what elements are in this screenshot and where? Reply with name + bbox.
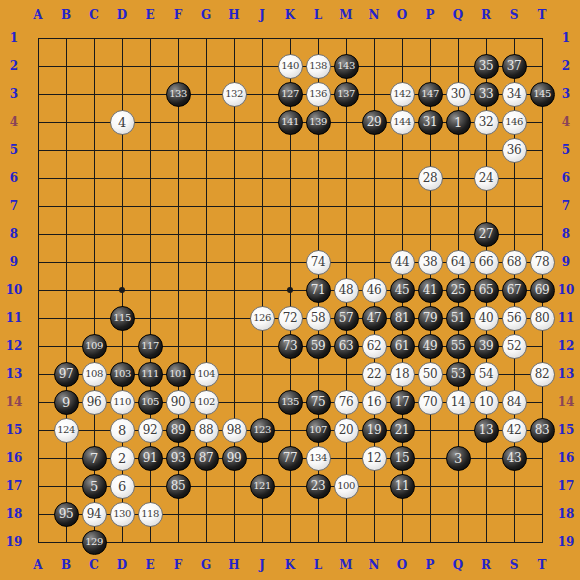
- black-stone[interactable]: 1: [446, 110, 471, 135]
- white-stone[interactable]: 54: [474, 362, 499, 387]
- row-label-left: 19: [6, 536, 23, 548]
- row-label-right: 4: [562, 116, 570, 128]
- black-stone[interactable]: 61: [390, 334, 415, 359]
- white-stone[interactable]: 90: [166, 390, 191, 415]
- white-stone[interactable]: 76: [334, 390, 359, 415]
- column-label-top: H: [228, 9, 239, 21]
- black-stone[interactable]: 11: [390, 474, 415, 499]
- white-stone[interactable]: 58: [306, 306, 331, 331]
- white-stone[interactable]: 92: [138, 418, 163, 443]
- row-label-left: 1: [10, 32, 18, 44]
- white-stone[interactable]: 8: [110, 418, 135, 443]
- white-stone[interactable]: 134: [306, 446, 331, 471]
- black-stone[interactable]: 93: [166, 446, 191, 471]
- white-stone[interactable]: 136: [306, 82, 331, 107]
- white-stone[interactable]: 142: [390, 82, 415, 107]
- row-label-left: 4: [10, 116, 18, 128]
- row-label-left: 16: [6, 452, 23, 464]
- black-stone[interactable]: 21: [390, 418, 415, 443]
- white-stone[interactable]: 50: [418, 362, 443, 387]
- black-stone[interactable]: 111: [138, 362, 163, 387]
- white-stone[interactable]: 138: [306, 54, 331, 79]
- black-stone[interactable]: 17: [390, 390, 415, 415]
- row-label-right: 18: [558, 508, 575, 520]
- black-stone[interactable]: 129: [82, 530, 107, 555]
- black-stone[interactable]: 39: [474, 334, 499, 359]
- white-stone[interactable]: 4: [110, 110, 135, 135]
- row-label-left: 18: [6, 508, 23, 520]
- row-label-left: 5: [10, 144, 18, 156]
- white-stone[interactable]: 2: [110, 446, 135, 471]
- column-label-top: M: [339, 9, 352, 21]
- column-label-bottom: G: [201, 559, 211, 571]
- column-label-top: J: [259, 9, 265, 21]
- black-stone[interactable]: 77: [278, 446, 303, 471]
- black-stone[interactable]: 57: [334, 306, 359, 331]
- row-label-right: 15: [558, 424, 575, 436]
- black-stone[interactable]: 143: [334, 54, 359, 79]
- row-label-right: 3: [562, 88, 570, 100]
- row-label-left: 6: [10, 172, 18, 184]
- column-label-top: Q: [453, 9, 463, 21]
- row-label-right: 12: [558, 340, 575, 352]
- black-stone[interactable]: 23: [306, 474, 331, 499]
- white-stone[interactable]: 10: [474, 390, 499, 415]
- white-stone[interactable]: 132: [222, 82, 247, 107]
- column-label-bottom: O: [397, 559, 407, 571]
- black-stone[interactable]: 79: [418, 306, 443, 331]
- black-stone[interactable]: 91: [138, 446, 163, 471]
- black-stone[interactable]: 115: [110, 306, 135, 331]
- column-label-bottom: P: [425, 559, 434, 571]
- column-label-top: B: [61, 9, 71, 21]
- black-stone[interactable]: 99: [222, 446, 247, 471]
- white-stone[interactable]: 46: [362, 278, 387, 303]
- black-stone[interactable]: 69: [530, 278, 555, 303]
- white-stone[interactable]: 74: [306, 250, 331, 275]
- white-stone[interactable]: 24: [474, 166, 499, 191]
- row-label-left: 12: [6, 340, 23, 352]
- white-stone[interactable]: 118: [138, 502, 163, 527]
- black-stone[interactable]: 85: [166, 474, 191, 499]
- row-label-left: 2: [10, 60, 18, 72]
- black-stone[interactable]: 109: [82, 334, 107, 359]
- black-stone[interactable]: 107: [306, 418, 331, 443]
- black-stone[interactable]: 87: [194, 446, 219, 471]
- go-board[interactable]: AABBCCDDEEFFGGHHJJKKLLMMNNOOPPQQRRSSTT11…: [0, 0, 580, 580]
- white-stone[interactable]: 52: [502, 334, 527, 359]
- column-label-bottom: D: [117, 559, 127, 571]
- black-stone[interactable]: 73: [278, 334, 303, 359]
- column-label-bottom: A: [33, 559, 42, 571]
- black-stone[interactable]: 51: [446, 306, 471, 331]
- column-label-bottom: H: [228, 559, 239, 571]
- white-stone[interactable]: 14: [446, 390, 471, 415]
- column-label-top: E: [145, 9, 154, 21]
- white-stone[interactable]: 20: [334, 418, 359, 443]
- row-label-left: 13: [6, 368, 23, 380]
- white-stone[interactable]: 72: [278, 306, 303, 331]
- white-stone[interactable]: 18: [390, 362, 415, 387]
- row-label-left: 14: [6, 396, 23, 408]
- row-label-right: 11: [558, 312, 575, 324]
- white-stone[interactable]: 82: [530, 362, 555, 387]
- column-label-bottom: M: [339, 559, 352, 571]
- black-stone[interactable]: 105: [138, 390, 163, 415]
- black-stone[interactable]: 55: [446, 334, 471, 359]
- row-label-right: 1: [562, 32, 570, 44]
- black-stone[interactable]: 53: [446, 362, 471, 387]
- white-stone[interactable]: 42: [502, 418, 527, 443]
- black-stone[interactable]: 37: [502, 54, 527, 79]
- white-stone[interactable]: 32: [474, 110, 499, 135]
- row-label-right: 17: [558, 480, 575, 492]
- white-stone[interactable]: 70: [418, 390, 443, 415]
- column-label-bottom: T: [538, 559, 547, 571]
- white-stone[interactable]: 126: [250, 306, 275, 331]
- white-stone[interactable]: 78: [530, 250, 555, 275]
- black-stone[interactable]: 121: [250, 474, 275, 499]
- white-stone[interactable]: 12: [362, 446, 387, 471]
- white-stone[interactable]: 68: [502, 250, 527, 275]
- column-label-bottom: F: [174, 559, 183, 571]
- white-stone[interactable]: 6: [110, 474, 135, 499]
- black-stone[interactable]: 141: [278, 110, 303, 135]
- black-stone[interactable]: 49: [418, 334, 443, 359]
- column-label-top: L: [314, 9, 322, 21]
- black-stone[interactable]: 139: [306, 110, 331, 135]
- white-stone[interactable]: 48: [334, 278, 359, 303]
- black-stone[interactable]: 97: [54, 362, 79, 387]
- white-stone[interactable]: 62: [362, 334, 387, 359]
- column-label-bottom: C: [89, 559, 99, 571]
- column-label-top: N: [369, 9, 380, 21]
- white-stone[interactable]: 56: [502, 306, 527, 331]
- row-label-right: 6: [562, 172, 570, 184]
- black-stone[interactable]: 7: [82, 446, 107, 471]
- column-label-bottom: Q: [453, 559, 463, 571]
- row-label-right: 19: [558, 536, 575, 548]
- black-stone[interactable]: 43: [502, 446, 527, 471]
- black-stone[interactable]: 89: [166, 418, 191, 443]
- black-stone[interactable]: 95: [54, 502, 79, 527]
- white-stone[interactable]: 40: [474, 306, 499, 331]
- column-label-bottom: B: [61, 559, 71, 571]
- row-label-left: 7: [10, 200, 18, 212]
- row-label-left: 3: [10, 88, 18, 100]
- column-label-bottom: S: [510, 559, 519, 571]
- black-stone[interactable]: 75: [306, 390, 331, 415]
- white-stone[interactable]: 44: [390, 250, 415, 275]
- black-stone[interactable]: 15: [390, 446, 415, 471]
- column-label-top: F: [174, 9, 183, 21]
- row-label-right: 14: [558, 396, 575, 408]
- row-label-right: 7: [562, 200, 570, 212]
- row-label-right: 16: [558, 452, 575, 464]
- white-stone[interactable]: 16: [362, 390, 387, 415]
- column-label-top: R: [481, 9, 491, 21]
- black-stone[interactable]: 71: [306, 278, 331, 303]
- white-stone[interactable]: 84: [502, 390, 527, 415]
- black-stone[interactable]: 5: [82, 474, 107, 499]
- white-stone[interactable]: 102: [194, 390, 219, 415]
- white-stone[interactable]: 64: [446, 250, 471, 275]
- white-stone[interactable]: 124: [54, 418, 79, 443]
- white-stone[interactable]: 146: [502, 110, 527, 135]
- column-label-top: G: [201, 9, 211, 21]
- row-label-left: 15: [6, 424, 23, 436]
- black-stone[interactable]: 81: [390, 306, 415, 331]
- row-label-right: 9: [562, 256, 570, 268]
- white-stone[interactable]: 110: [110, 390, 135, 415]
- black-stone[interactable]: 147: [418, 82, 443, 107]
- black-stone[interactable]: 135: [278, 390, 303, 415]
- grid-line-horizontal: [38, 542, 543, 543]
- star-point: [119, 287, 125, 293]
- column-label-bottom: N: [369, 559, 380, 571]
- black-stone[interactable]: 101: [166, 362, 191, 387]
- row-label-right: 2: [562, 60, 570, 72]
- white-stone[interactable]: 28: [418, 166, 443, 191]
- black-stone[interactable]: 65: [474, 278, 499, 303]
- black-stone[interactable]: 41: [418, 278, 443, 303]
- black-stone[interactable]: 59: [306, 334, 331, 359]
- black-stone[interactable]: 25: [446, 278, 471, 303]
- black-stone[interactable]: 9: [54, 390, 79, 415]
- white-stone[interactable]: 36: [502, 138, 527, 163]
- row-label-right: 5: [562, 144, 570, 156]
- white-stone[interactable]: 144: [390, 110, 415, 135]
- column-label-bottom: E: [145, 559, 154, 571]
- row-label-left: 11: [6, 312, 23, 324]
- column-label-top: O: [397, 9, 407, 21]
- black-stone[interactable]: 123: [250, 418, 275, 443]
- black-stone[interactable]: 33: [474, 82, 499, 107]
- white-stone[interactable]: 96: [82, 390, 107, 415]
- white-stone[interactable]: 80: [530, 306, 555, 331]
- black-stone[interactable]: 137: [334, 82, 359, 107]
- black-stone[interactable]: 3: [446, 446, 471, 471]
- row-label-left: 10: [6, 284, 23, 296]
- row-label-left: 8: [10, 228, 18, 240]
- black-stone[interactable]: 27: [474, 222, 499, 247]
- black-stone[interactable]: 13: [474, 418, 499, 443]
- white-stone[interactable]: 66: [474, 250, 499, 275]
- row-label-right: 10: [558, 284, 575, 296]
- star-point: [287, 287, 293, 293]
- black-stone[interactable]: 67: [502, 278, 527, 303]
- row-label-left: 9: [10, 256, 18, 268]
- black-stone[interactable]: 29: [362, 110, 387, 135]
- white-stone[interactable]: 98: [222, 418, 247, 443]
- white-stone[interactable]: 100: [334, 474, 359, 499]
- column-label-top: C: [89, 9, 99, 21]
- column-label-top: D: [117, 9, 127, 21]
- column-label-top: T: [538, 9, 547, 21]
- white-stone[interactable]: 104: [194, 362, 219, 387]
- black-stone[interactable]: 127: [278, 82, 303, 107]
- column-label-top: P: [425, 9, 434, 21]
- black-stone[interactable]: 133: [166, 82, 191, 107]
- black-stone[interactable]: 63: [334, 334, 359, 359]
- black-stone[interactable]: 35: [474, 54, 499, 79]
- row-label-right: 13: [558, 368, 575, 380]
- black-stone[interactable]: 47: [362, 306, 387, 331]
- column-label-bottom: K: [285, 559, 295, 571]
- white-stone[interactable]: 38: [418, 250, 443, 275]
- black-stone[interactable]: 83: [530, 418, 555, 443]
- white-stone[interactable]: 94: [82, 502, 107, 527]
- column-label-bottom: L: [314, 559, 322, 571]
- row-label-left: 17: [6, 480, 23, 492]
- white-stone[interactable]: 34: [502, 82, 527, 107]
- black-stone[interactable]: 31: [418, 110, 443, 135]
- column-label-bottom: R: [481, 559, 491, 571]
- white-stone[interactable]: 22: [362, 362, 387, 387]
- white-stone[interactable]: 88: [194, 418, 219, 443]
- black-stone[interactable]: 145: [530, 82, 555, 107]
- row-label-right: 8: [562, 228, 570, 240]
- black-stone[interactable]: 117: [138, 334, 163, 359]
- go-board-window: AABBCCDDEEFFGGHHJJKKLLMMNNOOPPQQRRSSTT11…: [0, 0, 580, 580]
- black-stone[interactable]: 45: [390, 278, 415, 303]
- white-stone[interactable]: 108: [82, 362, 107, 387]
- black-stone[interactable]: 103: [110, 362, 135, 387]
- white-stone[interactable]: 30: [446, 82, 471, 107]
- column-label-top: S: [510, 9, 519, 21]
- white-stone[interactable]: 130: [110, 502, 135, 527]
- white-stone[interactable]: 140: [278, 54, 303, 79]
- column-label-top: A: [33, 9, 42, 21]
- column-label-top: K: [285, 9, 295, 21]
- black-stone[interactable]: 19: [362, 418, 387, 443]
- column-label-bottom: J: [259, 559, 265, 571]
